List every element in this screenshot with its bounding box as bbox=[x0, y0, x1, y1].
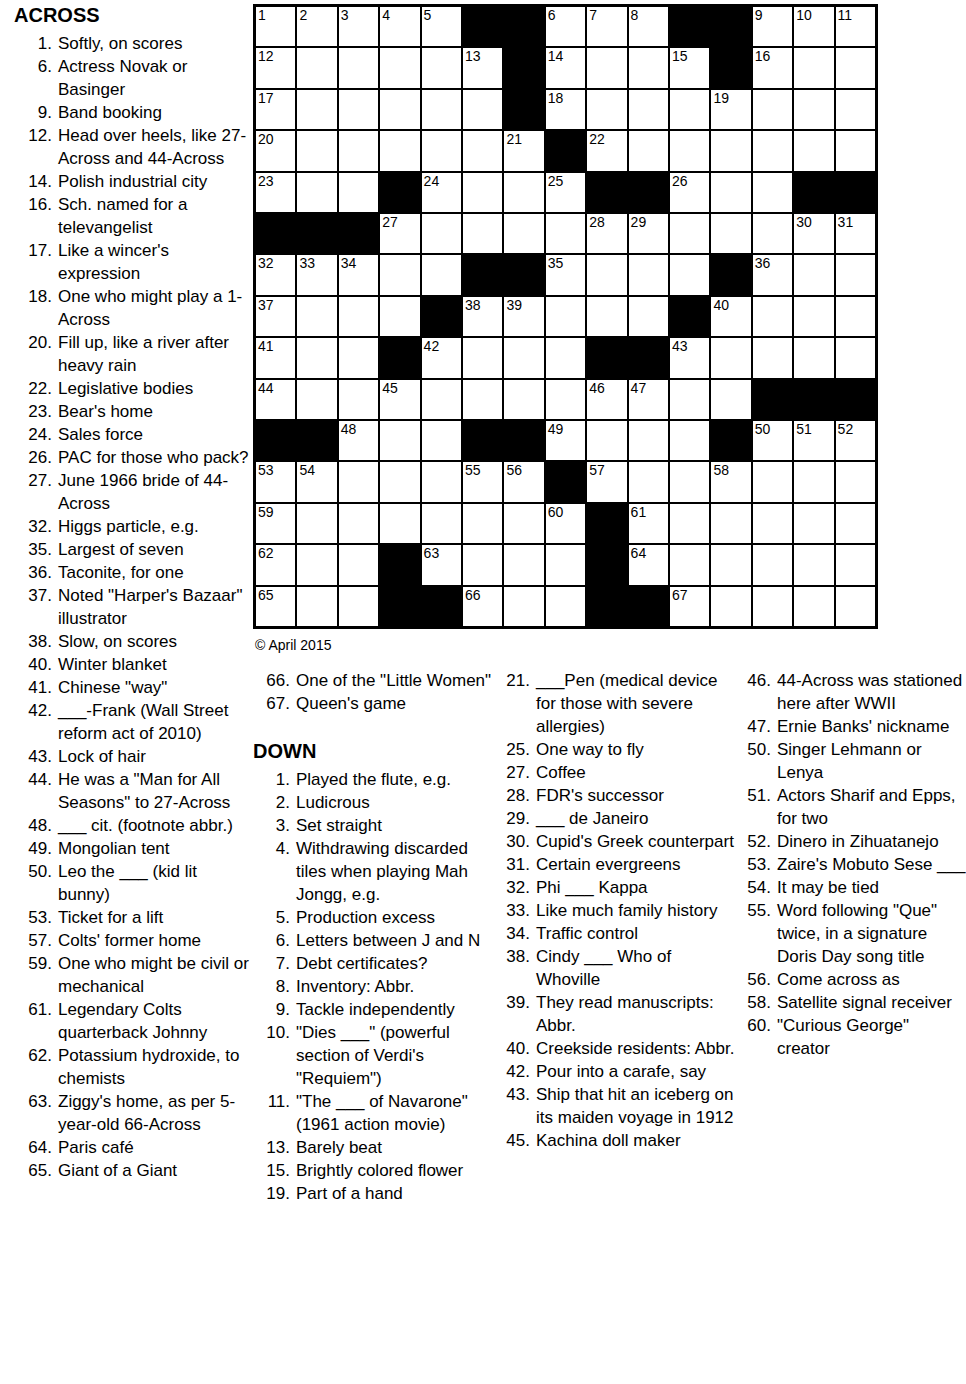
grid-cell[interactable] bbox=[545, 337, 586, 378]
grid-cell[interactable] bbox=[421, 47, 462, 88]
clue-number: 17. bbox=[14, 239, 58, 285]
grid-cell[interactable] bbox=[462, 89, 503, 130]
grid-cell[interactable] bbox=[793, 296, 834, 337]
cell-number: 59 bbox=[258, 505, 274, 520]
grid-cell[interactable]: 2 bbox=[296, 6, 337, 47]
grid-cell[interactable]: 14 bbox=[545, 47, 586, 88]
grid-cell-black bbox=[296, 213, 337, 254]
grid-cell[interactable]: 54 bbox=[296, 461, 337, 502]
clue-text: Like a wincer's expression bbox=[58, 239, 251, 285]
grid-cell[interactable]: 8 bbox=[628, 6, 669, 47]
grid-cell[interactable]: 59 bbox=[255, 503, 296, 544]
grid-cell[interactable] bbox=[462, 379, 503, 420]
cell-number: 28 bbox=[589, 215, 605, 230]
grid-cell[interactable] bbox=[752, 130, 793, 171]
clue-text: Leo the ___ (kid lit bunny) bbox=[58, 860, 251, 906]
grid-cell[interactable]: 58 bbox=[710, 461, 751, 502]
grid-cell[interactable] bbox=[669, 544, 710, 585]
clue-number: 65. bbox=[14, 1159, 58, 1182]
grid-cell[interactable] bbox=[379, 254, 420, 295]
clue-text: Pour into a carafe, say bbox=[536, 1060, 738, 1083]
grid-cell[interactable]: 9 bbox=[752, 6, 793, 47]
grid-cell[interactable]: 25 bbox=[545, 172, 586, 213]
clue-number: 31. bbox=[494, 853, 536, 876]
grid-cell[interactable] bbox=[793, 503, 834, 544]
grid-cell[interactable] bbox=[421, 420, 462, 461]
grid-cell[interactable]: 21 bbox=[503, 130, 544, 171]
grid-cell[interactable] bbox=[296, 130, 337, 171]
grid-cell[interactable] bbox=[296, 47, 337, 88]
grid-cell[interactable] bbox=[462, 544, 503, 585]
grid-cell[interactable]: 7 bbox=[586, 6, 627, 47]
grid-cell[interactable]: 50 bbox=[752, 420, 793, 461]
grid-cell[interactable] bbox=[628, 47, 669, 88]
grid-cell[interactable]: 38 bbox=[462, 296, 503, 337]
grid-cell[interactable]: 20 bbox=[255, 130, 296, 171]
clue-item: 34.Traffic control bbox=[494, 922, 738, 945]
clue-item: 54.It may be tied bbox=[739, 876, 966, 899]
grid-cell[interactable] bbox=[793, 89, 834, 130]
clue-item: 51.Actors Sharif and Epps, for two bbox=[739, 784, 966, 830]
clue-item: 58.Satellite signal receiver bbox=[739, 991, 966, 1014]
grid-cell[interactable]: 30 bbox=[793, 213, 834, 254]
grid-cell[interactable] bbox=[710, 379, 751, 420]
across-header: ACROSS bbox=[14, 3, 251, 27]
grid-cell[interactable] bbox=[421, 130, 462, 171]
clue-number: 40. bbox=[494, 1037, 536, 1060]
grid-cell-black bbox=[793, 379, 834, 420]
clue-text: Set straight bbox=[296, 814, 496, 837]
grid-cell[interactable] bbox=[628, 254, 669, 295]
clue-text: Ernie Banks' nickname bbox=[777, 715, 966, 738]
grid-cell[interactable]: 15 bbox=[669, 47, 710, 88]
grid-cell[interactable]: 62 bbox=[255, 544, 296, 585]
grid-cell[interactable]: 44 bbox=[255, 379, 296, 420]
clue-item: 28.FDR's successor bbox=[494, 784, 738, 807]
clue-number: 28. bbox=[494, 784, 536, 807]
grid-cell[interactable]: 31 bbox=[835, 213, 876, 254]
grid-cell[interactable] bbox=[793, 130, 834, 171]
grid-cell[interactable]: 32 bbox=[255, 254, 296, 295]
grid-cell[interactable] bbox=[586, 420, 627, 461]
grid-cell[interactable] bbox=[462, 503, 503, 544]
cell-number: 24 bbox=[424, 174, 440, 189]
clue-item: 5.Production excess bbox=[253, 906, 496, 929]
grid-cell-black bbox=[586, 172, 627, 213]
grid-cell[interactable] bbox=[296, 172, 337, 213]
clue-number: 9. bbox=[253, 998, 296, 1021]
grid-cell[interactable] bbox=[669, 130, 710, 171]
clue-text: Like much family history bbox=[536, 899, 738, 922]
grid-cell[interactable]: 37 bbox=[255, 296, 296, 337]
grid-cell[interactable]: 42 bbox=[421, 337, 462, 378]
grid-cell[interactable]: 17 bbox=[255, 89, 296, 130]
grid-cell[interactable] bbox=[462, 172, 503, 213]
grid-cell[interactable] bbox=[752, 89, 793, 130]
grid-cell[interactable] bbox=[586, 47, 627, 88]
grid-cell[interactable] bbox=[296, 296, 337, 337]
crossword-grid: 1234567891011121314151617181920212223242… bbox=[253, 4, 878, 629]
cell-number: 67 bbox=[672, 588, 688, 603]
grid-cell[interactable] bbox=[338, 47, 379, 88]
grid-cell[interactable] bbox=[628, 89, 669, 130]
grid-cell[interactable]: 6 bbox=[545, 6, 586, 47]
clue-number: 6. bbox=[14, 55, 58, 101]
clue-item: 57.Colts' former home bbox=[14, 929, 251, 952]
clue-text: Word following "Que" twice, in a signatu… bbox=[777, 899, 966, 968]
grid-cell[interactable] bbox=[379, 89, 420, 130]
clue-item: 24.Sales force bbox=[14, 423, 251, 446]
clue-text: Traffic control bbox=[536, 922, 738, 945]
grid-cell[interactable] bbox=[752, 296, 793, 337]
clues-column-2: 66.One of the "Little Women"67.Queen's g… bbox=[253, 669, 496, 1205]
grid-cell[interactable]: 39 bbox=[503, 296, 544, 337]
cell-number: 20 bbox=[258, 132, 274, 147]
grid-cell[interactable]: 48 bbox=[338, 420, 379, 461]
clue-item: 50.Leo the ___ (kid lit bunny) bbox=[14, 860, 251, 906]
grid-cell[interactable] bbox=[586, 296, 627, 337]
grid-cell[interactable]: 45 bbox=[379, 379, 420, 420]
cell-number: 47 bbox=[631, 381, 647, 396]
clue-text: Played the flute, e.g. bbox=[296, 768, 496, 791]
clue-text: ___ de Janeiro bbox=[536, 807, 738, 830]
grid-cell[interactable]: 11 bbox=[835, 6, 876, 47]
grid-cell[interactable] bbox=[669, 213, 710, 254]
clue-number: 6. bbox=[253, 929, 296, 952]
cell-number: 12 bbox=[258, 49, 274, 64]
cell-number: 40 bbox=[713, 298, 729, 313]
grid-cell[interactable] bbox=[503, 503, 544, 544]
grid-cell[interactable] bbox=[669, 461, 710, 502]
grid-cell[interactable]: 47 bbox=[628, 379, 669, 420]
clue-text: "The ___ of Navarone" (1961 action movie… bbox=[296, 1090, 496, 1136]
grid-cell[interactable] bbox=[503, 172, 544, 213]
grid-cell[interactable] bbox=[793, 586, 834, 627]
cell-number: 64 bbox=[631, 546, 647, 561]
grid-cell[interactable] bbox=[669, 420, 710, 461]
grid-cell[interactable] bbox=[421, 461, 462, 502]
clue-text: ___Pen (medical device for those with se… bbox=[536, 669, 738, 738]
grid-cell[interactable] bbox=[545, 213, 586, 254]
grid-cell[interactable] bbox=[710, 130, 751, 171]
grid-cell[interactable]: 23 bbox=[255, 172, 296, 213]
clue-number: 23. bbox=[14, 400, 58, 423]
clue-number: 63. bbox=[14, 1090, 58, 1136]
grid-cell[interactable] bbox=[835, 461, 876, 502]
grid-cell[interactable]: 5 bbox=[421, 6, 462, 47]
clue-number: 4. bbox=[253, 837, 296, 906]
clue-number: 29. bbox=[494, 807, 536, 830]
grid-cell[interactable]: 63 bbox=[421, 544, 462, 585]
grid-cell[interactable] bbox=[296, 544, 337, 585]
grid-cell[interactable] bbox=[379, 503, 420, 544]
grid-cell[interactable] bbox=[752, 503, 793, 544]
grid-cell[interactable] bbox=[421, 213, 462, 254]
grid-cell[interactable] bbox=[503, 544, 544, 585]
clue-text: Phi ___ Kappa bbox=[536, 876, 738, 899]
clue-item: 6.Actress Novak or Basinger bbox=[14, 55, 251, 101]
grid-cell[interactable] bbox=[752, 586, 793, 627]
grid-cell[interactable] bbox=[338, 172, 379, 213]
grid-cell[interactable] bbox=[669, 379, 710, 420]
clue-number: 26. bbox=[14, 446, 58, 469]
grid-cell[interactable] bbox=[379, 420, 420, 461]
clue-text: Polish industrial city bbox=[58, 170, 251, 193]
grid-cell[interactable] bbox=[628, 296, 669, 337]
grid-cell[interactable] bbox=[338, 130, 379, 171]
grid-cell[interactable] bbox=[462, 130, 503, 171]
clue-number: 33. bbox=[494, 899, 536, 922]
grid-cell[interactable]: 41 bbox=[255, 337, 296, 378]
grid-cell-black bbox=[503, 47, 544, 88]
grid-cell[interactable] bbox=[379, 461, 420, 502]
grid-cell[interactable] bbox=[710, 503, 751, 544]
grid-cell[interactable] bbox=[586, 89, 627, 130]
grid-cell[interactable]: 33 bbox=[296, 254, 337, 295]
grid-cell[interactable] bbox=[421, 89, 462, 130]
grid-cell[interactable]: 34 bbox=[338, 254, 379, 295]
clue-number: 13. bbox=[253, 1136, 296, 1159]
grid-cell[interactable] bbox=[835, 254, 876, 295]
grid-cell-black bbox=[710, 47, 751, 88]
grid-cell[interactable]: 57 bbox=[586, 461, 627, 502]
grid-cell[interactable] bbox=[338, 89, 379, 130]
clue-item: 64.Paris café bbox=[14, 1136, 251, 1159]
grid-cell[interactable] bbox=[752, 213, 793, 254]
grid-cell[interactable]: 4 bbox=[379, 6, 420, 47]
grid-cell[interactable]: 29 bbox=[628, 213, 669, 254]
grid-cell[interactable] bbox=[835, 544, 876, 585]
grid-cell[interactable] bbox=[669, 254, 710, 295]
grid-cell-black bbox=[503, 6, 544, 47]
grid-cell[interactable] bbox=[710, 172, 751, 213]
grid-cell[interactable] bbox=[835, 47, 876, 88]
grid-cell[interactable] bbox=[628, 130, 669, 171]
grid-cell[interactable]: 51 bbox=[793, 420, 834, 461]
grid-cell[interactable]: 24 bbox=[421, 172, 462, 213]
cell-number: 54 bbox=[299, 463, 315, 478]
grid-cell[interactable]: 18 bbox=[545, 89, 586, 130]
grid-cell[interactable] bbox=[338, 503, 379, 544]
clue-number: 44. bbox=[14, 768, 58, 814]
grid-cell[interactable]: 19 bbox=[710, 89, 751, 130]
clue-number: 57. bbox=[14, 929, 58, 952]
clue-item: 41.Chinese "way" bbox=[14, 676, 251, 699]
clue-number: 53. bbox=[14, 906, 58, 929]
clue-item: 20.Fill up, like a river after heavy rai… bbox=[14, 331, 251, 377]
grid-cell[interactable] bbox=[835, 586, 876, 627]
clue-item: 46.44-Across was stationed here after WW… bbox=[739, 669, 966, 715]
cell-number: 31 bbox=[838, 215, 854, 230]
grid-cell[interactable] bbox=[793, 254, 834, 295]
clue-text: Band booking bbox=[58, 101, 251, 124]
grid-cell[interactable]: 12 bbox=[255, 47, 296, 88]
grid-cell[interactable]: 46 bbox=[586, 379, 627, 420]
clue-item: 62.Potassium hydroxide, to chemists bbox=[14, 1044, 251, 1090]
grid-cell[interactable]: 67 bbox=[669, 586, 710, 627]
grid-cell[interactable]: 22 bbox=[586, 130, 627, 171]
cell-number: 9 bbox=[755, 8, 763, 23]
grid-cell[interactable]: 64 bbox=[628, 544, 669, 585]
grid-cell[interactable]: 13 bbox=[462, 47, 503, 88]
clue-item: 42.___-Frank (Wall Street reform act of … bbox=[14, 699, 251, 745]
grid-cell[interactable] bbox=[835, 296, 876, 337]
grid-cell[interactable] bbox=[379, 130, 420, 171]
cell-number: 27 bbox=[382, 215, 398, 230]
grid-cell[interactable]: 43 bbox=[669, 337, 710, 378]
grid-cell[interactable]: 26 bbox=[669, 172, 710, 213]
clue-number: 62. bbox=[14, 1044, 58, 1090]
grid-cell[interactable] bbox=[835, 130, 876, 171]
cell-number: 36 bbox=[755, 256, 771, 271]
clue-number: 34. bbox=[494, 922, 536, 945]
down-header: DOWN bbox=[253, 739, 496, 763]
grid-cell[interactable]: 3 bbox=[338, 6, 379, 47]
grid-cell[interactable] bbox=[338, 296, 379, 337]
grid-cell[interactable] bbox=[710, 213, 751, 254]
clue-number: 38. bbox=[494, 945, 536, 991]
grid-cell[interactable] bbox=[835, 89, 876, 130]
grid-cell[interactable]: 65 bbox=[255, 586, 296, 627]
grid-cell[interactable] bbox=[338, 461, 379, 502]
grid-cell[interactable] bbox=[793, 461, 834, 502]
grid-cell[interactable] bbox=[793, 47, 834, 88]
grid-cell[interactable]: 1 bbox=[255, 6, 296, 47]
grid-cell[interactable] bbox=[338, 586, 379, 627]
cell-number: 29 bbox=[631, 215, 647, 230]
grid-cell[interactable]: 55 bbox=[462, 461, 503, 502]
grid-cell[interactable] bbox=[752, 337, 793, 378]
grid-cell[interactable]: 56 bbox=[503, 461, 544, 502]
clue-text: Ship that hit an iceberg on its maiden v… bbox=[536, 1083, 738, 1129]
clue-item: 55.Word following "Que" twice, in a sign… bbox=[739, 899, 966, 968]
clue-item: 30.Cupid's Greek counterpart bbox=[494, 830, 738, 853]
grid-cell[interactable] bbox=[379, 296, 420, 337]
clue-item: 27.Coffee bbox=[494, 761, 738, 784]
grid-cell[interactable] bbox=[835, 503, 876, 544]
grid-cell[interactable] bbox=[296, 503, 337, 544]
grid-cell[interactable]: 52 bbox=[835, 420, 876, 461]
grid-cell[interactable] bbox=[545, 544, 586, 585]
grid-cell[interactable] bbox=[710, 544, 751, 585]
clue-number: 54. bbox=[739, 876, 777, 899]
clue-number: 67. bbox=[253, 692, 296, 715]
grid-cell[interactable] bbox=[669, 89, 710, 130]
grid-cell[interactable]: 61 bbox=[628, 503, 669, 544]
grid-cell[interactable] bbox=[296, 379, 337, 420]
clue-item: 25.One way to fly bbox=[494, 738, 738, 761]
grid-cell[interactable] bbox=[503, 213, 544, 254]
clue-number: 43. bbox=[14, 745, 58, 768]
cell-number: 22 bbox=[589, 132, 605, 147]
cell-number: 6 bbox=[548, 8, 556, 23]
grid-cell-black bbox=[710, 420, 751, 461]
clue-text: Cindy ___ Who of Whoville bbox=[536, 945, 738, 991]
clue-number: 50. bbox=[14, 860, 58, 906]
cell-number: 48 bbox=[341, 422, 357, 437]
clue-item: 50.Singer Lehmann or Lenya bbox=[739, 738, 966, 784]
grid-cell-black bbox=[669, 296, 710, 337]
clue-text: Sales force bbox=[58, 423, 251, 446]
grid-cell[interactable] bbox=[503, 337, 544, 378]
grid-cell[interactable]: 60 bbox=[545, 503, 586, 544]
grid-cell[interactable] bbox=[421, 254, 462, 295]
grid-cell[interactable] bbox=[752, 461, 793, 502]
copyright-text: © April 2015 bbox=[255, 637, 331, 653]
grid-cell[interactable] bbox=[628, 461, 669, 502]
clue-text: Tackle independently bbox=[296, 998, 496, 1021]
grid-cell[interactable]: 53 bbox=[255, 461, 296, 502]
clue-item: 33.Like much family history bbox=[494, 899, 738, 922]
grid-cell[interactable] bbox=[793, 337, 834, 378]
clue-text: Largest of seven bbox=[58, 538, 251, 561]
grid-cell[interactable] bbox=[338, 544, 379, 585]
grid-cell[interactable] bbox=[338, 337, 379, 378]
grid-cell[interactable]: 10 bbox=[793, 6, 834, 47]
grid-cell[interactable] bbox=[710, 586, 751, 627]
clue-number: 59. bbox=[14, 952, 58, 998]
clue-item: 52.Dinero in Zihuatanejo bbox=[739, 830, 966, 853]
clue-text: Certain evergreens bbox=[536, 853, 738, 876]
grid-cell[interactable]: 36 bbox=[752, 254, 793, 295]
grid-cell[interactable]: 35 bbox=[545, 254, 586, 295]
grid-cell[interactable] bbox=[752, 544, 793, 585]
clue-number: 52. bbox=[739, 830, 777, 853]
grid-cell[interactable] bbox=[503, 586, 544, 627]
grid-cell[interactable] bbox=[296, 89, 337, 130]
grid-cell[interactable] bbox=[421, 379, 462, 420]
grid-cell[interactable] bbox=[586, 254, 627, 295]
grid-cell[interactable] bbox=[710, 337, 751, 378]
clue-item: 42.Pour into a carafe, say bbox=[494, 1060, 738, 1083]
grid-cell[interactable]: 66 bbox=[462, 586, 503, 627]
clue-text: Kachina doll maker bbox=[536, 1129, 738, 1152]
grid-cell[interactable]: 40 bbox=[710, 296, 751, 337]
clue-item: 1.Played the flute, e.g. bbox=[253, 768, 496, 791]
grid-cell[interactable] bbox=[793, 544, 834, 585]
across-clues-column: ACROSS 1.Softly, on scores6.Actress Nova… bbox=[14, 3, 251, 1182]
grid-cell[interactable] bbox=[379, 47, 420, 88]
grid-cell[interactable]: 16 bbox=[752, 47, 793, 88]
grid-cell[interactable] bbox=[545, 586, 586, 627]
clue-text: "Curious George" creator bbox=[777, 1014, 966, 1060]
grid-cell[interactable] bbox=[462, 213, 503, 254]
grid-cell[interactable]: 28 bbox=[586, 213, 627, 254]
grid-cell[interactable] bbox=[835, 337, 876, 378]
grid-cell[interactable] bbox=[669, 503, 710, 544]
clue-item: 32.Phi ___ Kappa bbox=[494, 876, 738, 899]
clue-number: 60. bbox=[739, 1014, 777, 1060]
grid-cell[interactable] bbox=[462, 337, 503, 378]
grid-cell[interactable] bbox=[296, 586, 337, 627]
grid-cell[interactable] bbox=[338, 379, 379, 420]
grid-cell[interactable] bbox=[296, 337, 337, 378]
grid-cell[interactable] bbox=[421, 503, 462, 544]
clue-number: 32. bbox=[494, 876, 536, 899]
grid-cell[interactable]: 27 bbox=[379, 213, 420, 254]
grid-cell[interactable] bbox=[545, 296, 586, 337]
cell-number: 42 bbox=[424, 339, 440, 354]
grid-cell-black bbox=[503, 89, 544, 130]
grid-cell[interactable] bbox=[752, 172, 793, 213]
grid-cell-black bbox=[628, 172, 669, 213]
grid-cell[interactable] bbox=[628, 420, 669, 461]
grid-cell[interactable] bbox=[545, 379, 586, 420]
clue-text: Legislative bodies bbox=[58, 377, 251, 400]
grid-cell-black bbox=[545, 461, 586, 502]
grid-cell[interactable]: 49 bbox=[545, 420, 586, 461]
grid-cell[interactable] bbox=[503, 379, 544, 420]
